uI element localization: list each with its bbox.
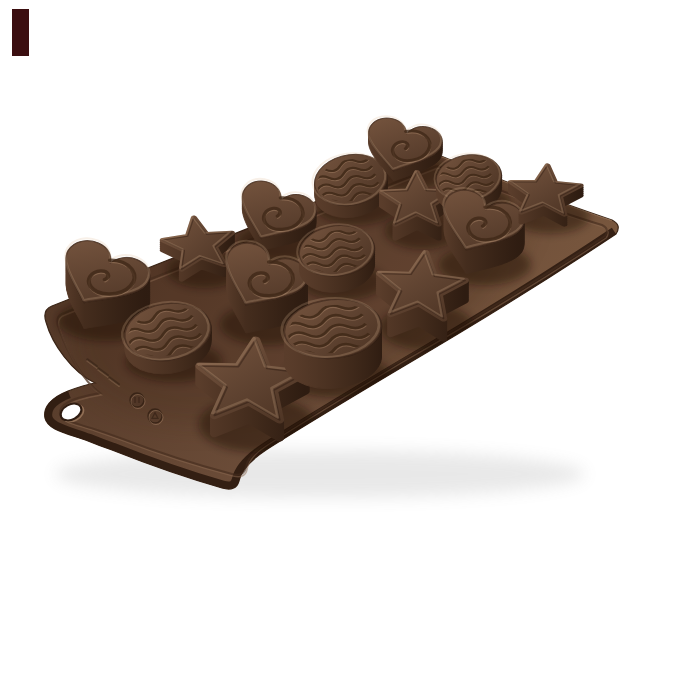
embossed-stamp-icon — [148, 409, 163, 425]
embossed-stamp-icon — [130, 393, 145, 409]
product-photo — [0, 0, 700, 700]
chocolate-mold-render — [0, 0, 700, 700]
